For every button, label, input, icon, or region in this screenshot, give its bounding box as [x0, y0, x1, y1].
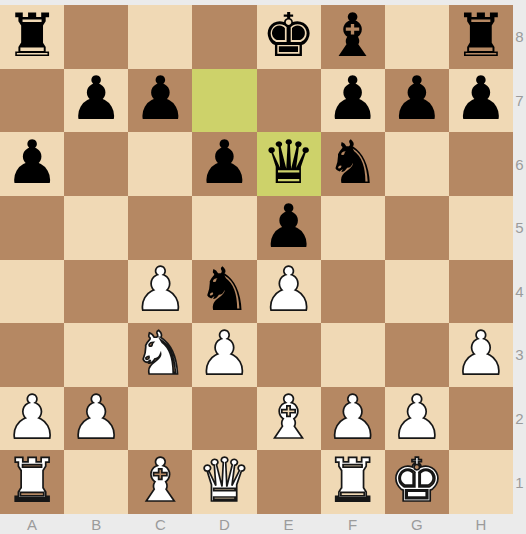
square-d7[interactable]	[192, 69, 256, 133]
square-b2[interactable]: ♟	[64, 387, 128, 451]
square-a7[interactable]	[0, 69, 64, 133]
square-g5[interactable]	[385, 196, 449, 260]
square-h2[interactable]	[449, 387, 513, 451]
square-e4[interactable]: ♟	[257, 260, 321, 324]
square-g3[interactable]	[385, 323, 449, 387]
white-pawn[interactable]: ♟	[5, 387, 59, 447]
file-label-h: H	[449, 514, 513, 534]
square-h6[interactable]	[449, 132, 513, 196]
white-pawn[interactable]: ♟	[454, 323, 508, 383]
square-a3[interactable]	[0, 323, 64, 387]
white-queen[interactable]: ♛	[198, 450, 252, 510]
square-c1[interactable]: ♝	[128, 450, 192, 514]
white-rook[interactable]: ♜	[326, 450, 380, 510]
square-b6[interactable]	[64, 132, 128, 196]
square-h4[interactable]	[449, 260, 513, 324]
square-a6[interactable]: ♟	[0, 132, 64, 196]
white-bishop[interactable]: ♝	[133, 450, 187, 510]
white-rook[interactable]: ♜	[5, 450, 59, 510]
square-a2[interactable]: ♟	[0, 387, 64, 451]
square-f6[interactable]: ♞	[321, 132, 385, 196]
file-label-e: E	[257, 514, 321, 534]
square-f8[interactable]: ♝	[321, 5, 385, 69]
square-b8[interactable]	[64, 5, 128, 69]
square-c2[interactable]	[128, 387, 192, 451]
file-label-d: D	[192, 514, 256, 534]
black-queen[interactable]: ♛	[262, 132, 316, 192]
white-pawn[interactable]: ♟	[198, 323, 252, 383]
file-label-f: F	[321, 514, 385, 534]
square-g4[interactable]	[385, 260, 449, 324]
white-pawn[interactable]: ♟	[326, 387, 380, 447]
square-e8[interactable]: ♚	[257, 5, 321, 69]
square-c6[interactable]	[128, 132, 192, 196]
square-g2[interactable]: ♟	[385, 387, 449, 451]
file-label-g: G	[385, 514, 449, 534]
white-king[interactable]: ♚	[390, 450, 444, 510]
square-b7[interactable]: ♟	[64, 69, 128, 133]
square-e7[interactable]	[257, 69, 321, 133]
white-pawn[interactable]: ♟	[262, 259, 316, 319]
square-d2[interactable]	[192, 387, 256, 451]
square-c8[interactable]	[128, 5, 192, 69]
square-a1[interactable]: ♜	[0, 450, 64, 514]
square-e1[interactable]	[257, 450, 321, 514]
square-f4[interactable]	[321, 260, 385, 324]
rank-label-3: 3	[513, 323, 526, 387]
file-label-b: B	[64, 514, 128, 534]
white-bishop[interactable]: ♝	[262, 387, 316, 447]
square-g1[interactable]: ♚	[385, 450, 449, 514]
black-pawn[interactable]: ♟	[454, 68, 508, 128]
white-pawn[interactable]: ♟	[69, 387, 123, 447]
square-h1[interactable]	[449, 450, 513, 514]
square-h7[interactable]: ♟	[449, 69, 513, 133]
square-e6[interactable]: ♛	[257, 132, 321, 196]
square-f7[interactable]: ♟	[321, 69, 385, 133]
rank-label-7: 7	[513, 69, 526, 133]
rank-label-2: 2	[513, 387, 526, 451]
black-pawn[interactable]: ♟	[5, 132, 59, 192]
square-e5[interactable]: ♟	[257, 196, 321, 260]
square-c7[interactable]: ♟	[128, 69, 192, 133]
square-a4[interactable]	[0, 260, 64, 324]
square-f3[interactable]	[321, 323, 385, 387]
square-c5[interactable]	[128, 196, 192, 260]
black-pawn[interactable]: ♟	[390, 68, 444, 128]
rank-label-1: 1	[513, 450, 526, 514]
square-d8[interactable]	[192, 5, 256, 69]
rank-label-5: 5	[513, 196, 526, 260]
rank-label-8: 8	[513, 5, 526, 69]
square-g6[interactable]	[385, 132, 449, 196]
square-g8[interactable]	[385, 5, 449, 69]
file-label-a: A	[0, 514, 64, 534]
black-pawn[interactable]: ♟	[133, 68, 187, 128]
square-h3[interactable]: ♟	[449, 323, 513, 387]
black-pawn[interactable]: ♟	[326, 68, 380, 128]
white-knight[interactable]: ♞	[133, 323, 187, 383]
square-d6[interactable]: ♟	[192, 132, 256, 196]
square-a8[interactable]: ♜	[0, 5, 64, 69]
square-e2[interactable]: ♝	[257, 387, 321, 451]
rank-label-4: 4	[513, 260, 526, 324]
square-f2[interactable]: ♟	[321, 387, 385, 451]
black-rook[interactable]: ♜	[454, 5, 508, 65]
black-pawn[interactable]: ♟	[262, 196, 316, 256]
square-g7[interactable]: ♟	[385, 69, 449, 133]
square-b1[interactable]	[64, 450, 128, 514]
white-pawn[interactable]: ♟	[390, 387, 444, 447]
square-b3[interactable]	[64, 323, 128, 387]
chess-board-page: ♜♚♝♜♟♟♟♟♟♟♟♛♞♟♟♞♟♞♟♟♟♟♝♟♟♜♝♛♜♚ 87654321 …	[0, 0, 526, 534]
black-rook[interactable]: ♜	[5, 5, 59, 65]
chess-board[interactable]: ♜♚♝♜♟♟♟♟♟♟♟♛♞♟♟♞♟♞♟♟♟♟♝♟♟♜♝♛♜♚	[0, 5, 513, 514]
black-knight[interactable]: ♞	[326, 132, 380, 192]
square-d1[interactable]: ♛	[192, 450, 256, 514]
black-knight[interactable]: ♞	[198, 259, 252, 319]
rank-labels: 87654321	[513, 5, 526, 514]
square-d5[interactable]	[192, 196, 256, 260]
square-f1[interactable]: ♜	[321, 450, 385, 514]
rank-label-6: 6	[513, 132, 526, 196]
black-bishop[interactable]: ♝	[326, 5, 380, 65]
square-b4[interactable]	[64, 260, 128, 324]
file-labels: ABCDEFGH	[0, 514, 513, 534]
file-label-c: C	[128, 514, 192, 534]
square-h8[interactable]: ♜	[449, 5, 513, 69]
square-d4[interactable]: ♞	[192, 260, 256, 324]
white-pawn[interactable]: ♟	[133, 259, 187, 319]
square-f5[interactable]	[321, 196, 385, 260]
square-b5[interactable]	[64, 196, 128, 260]
black-king[interactable]: ♚	[262, 5, 316, 65]
square-h5[interactable]	[449, 196, 513, 260]
black-pawn[interactable]: ♟	[198, 132, 252, 192]
square-a5[interactable]	[0, 196, 64, 260]
square-d3[interactable]: ♟	[192, 323, 256, 387]
square-c3[interactable]: ♞	[128, 323, 192, 387]
square-c4[interactable]: ♟	[128, 260, 192, 324]
black-pawn[interactable]: ♟	[69, 68, 123, 128]
square-e3[interactable]	[257, 323, 321, 387]
